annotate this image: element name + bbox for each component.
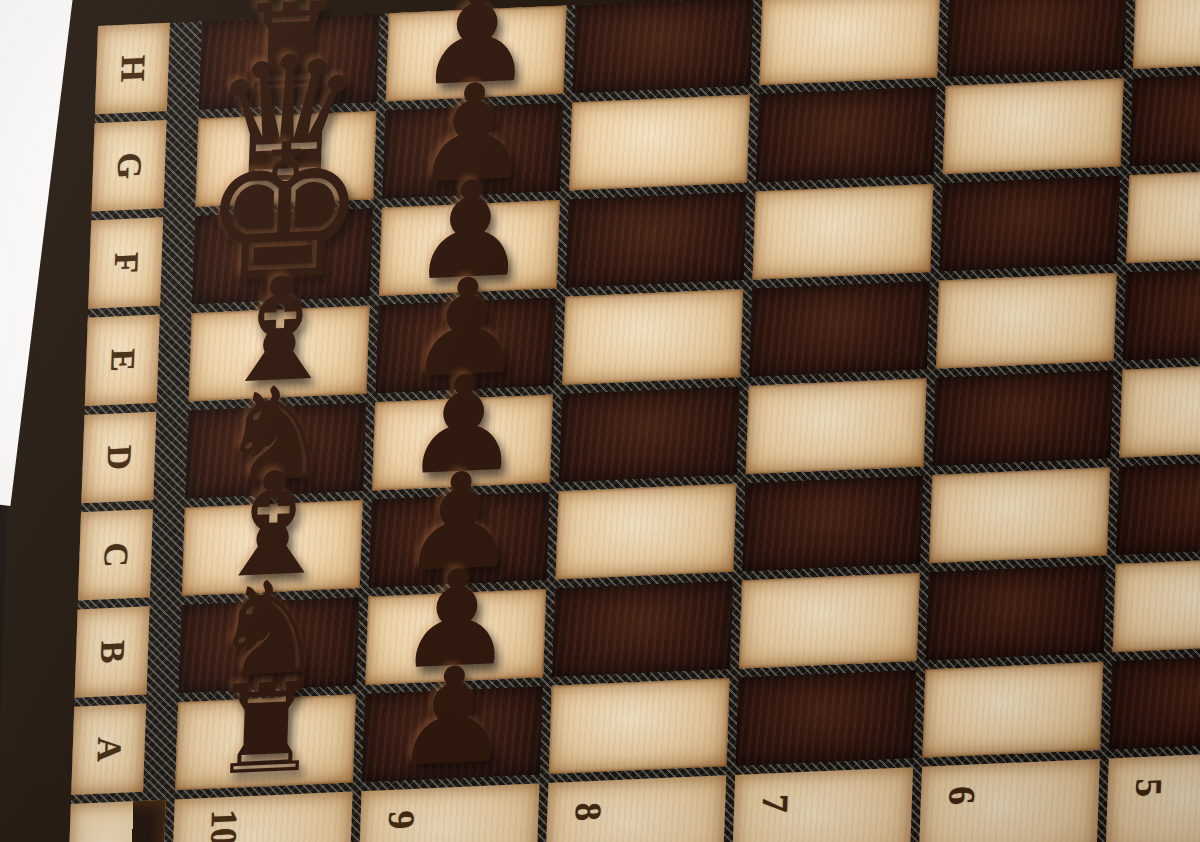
piece-black-rook-A10[interactable]: ♜ <box>209 666 323 793</box>
square-E5[interactable] <box>1123 265 1200 361</box>
column-label-6: 6 <box>919 759 1100 842</box>
row-label-text: G <box>112 152 147 180</box>
square-D7[interactable] <box>746 378 927 474</box>
column-label-5: 5 <box>1105 751 1200 842</box>
square-C6[interactable] <box>929 467 1110 563</box>
square-H6[interactable] <box>946 0 1127 77</box>
square-G8[interactable] <box>569 95 750 191</box>
row-label-E: E <box>85 315 160 406</box>
square-C7[interactable] <box>742 475 923 571</box>
row-label-D: D <box>81 412 156 503</box>
square-H5[interactable] <box>1133 0 1200 69</box>
border-corner <box>67 800 165 842</box>
board-frame: H♜♟G♛♟F♚♟E♝♟D♞♟C♝♟B♞♟A♜♟1098765 <box>0 0 1200 842</box>
square-C5[interactable] <box>1116 459 1200 555</box>
column-label-text: 5 <box>1130 777 1168 797</box>
row-label-text: H <box>115 55 150 83</box>
square-A8[interactable] <box>549 678 730 774</box>
square-D8[interactable] <box>559 386 740 482</box>
column-label-text: 8 <box>570 802 608 822</box>
square-A7[interactable] <box>736 670 917 766</box>
row-label-G: G <box>92 120 167 211</box>
chessboard: H♜♟G♛♟F♚♟E♝♟D♞♟C♝♟B♞♟A♜♟1098765 <box>0 0 1200 842</box>
column-label-8: 8 <box>545 775 726 842</box>
square-G6[interactable] <box>943 78 1124 174</box>
square-A6[interactable] <box>922 662 1103 758</box>
square-D6[interactable] <box>933 370 1114 466</box>
square-B8[interactable] <box>552 581 733 677</box>
board-grid: H♜♟G♛♟F♚♟E♝♟D♞♟C♝♟B♞♟A♜♟1098765 <box>67 0 1200 842</box>
square-A9[interactable]: ♟ <box>362 686 543 782</box>
border-divider <box>166 314 183 403</box>
border-divider <box>152 703 169 792</box>
square-E8[interactable] <box>562 289 743 385</box>
square-H8[interactable] <box>572 0 753 93</box>
square-C8[interactable] <box>555 484 736 580</box>
square-E6[interactable] <box>936 273 1117 369</box>
border-divider <box>155 605 172 694</box>
border-divider <box>159 508 176 597</box>
piece-black-pawn-A9[interactable]: ♟ <box>392 647 515 784</box>
square-B5[interactable] <box>1113 556 1200 652</box>
square-F7[interactable] <box>753 184 934 280</box>
square-F8[interactable] <box>566 192 747 288</box>
border-divider <box>172 119 189 208</box>
row-label-text: B <box>95 640 130 664</box>
border-divider <box>169 216 186 305</box>
square-A10[interactable]: ♜ <box>175 694 356 790</box>
square-A5[interactable] <box>1109 654 1200 750</box>
row-label-F: F <box>88 217 163 308</box>
square-E7[interactable] <box>749 281 930 377</box>
row-label-text: A <box>91 736 126 762</box>
row-label-text: F <box>108 252 143 274</box>
row-label-A: A <box>71 704 146 795</box>
square-B6[interactable] <box>926 565 1107 661</box>
column-label-text: 9 <box>383 810 421 830</box>
column-label-text: 7 <box>757 794 795 814</box>
column-label-7: 7 <box>732 767 913 842</box>
square-F5[interactable] <box>1126 167 1200 263</box>
row-label-text: D <box>101 444 136 470</box>
row-label-text: C <box>98 542 133 568</box>
square-H7[interactable] <box>759 0 940 85</box>
column-label-text: 10 <box>205 808 243 842</box>
row-label-text: E <box>105 348 140 372</box>
square-G5[interactable] <box>1130 70 1200 166</box>
square-G7[interactable] <box>756 86 937 182</box>
square-B7[interactable] <box>739 573 920 669</box>
border-divider <box>162 411 179 500</box>
border-divider <box>176 22 193 111</box>
square-D5[interactable] <box>1119 362 1200 458</box>
row-label-H: H <box>95 23 170 114</box>
board-photo: H♜♟G♛♟F♚♟E♝♟D♞♟C♝♟B♞♟A♜♟1098765 <box>0 0 1200 842</box>
square-F6[interactable] <box>939 176 1120 272</box>
row-label-B: B <box>75 606 150 697</box>
column-label-text: 6 <box>943 785 981 805</box>
row-label-C: C <box>78 509 153 600</box>
